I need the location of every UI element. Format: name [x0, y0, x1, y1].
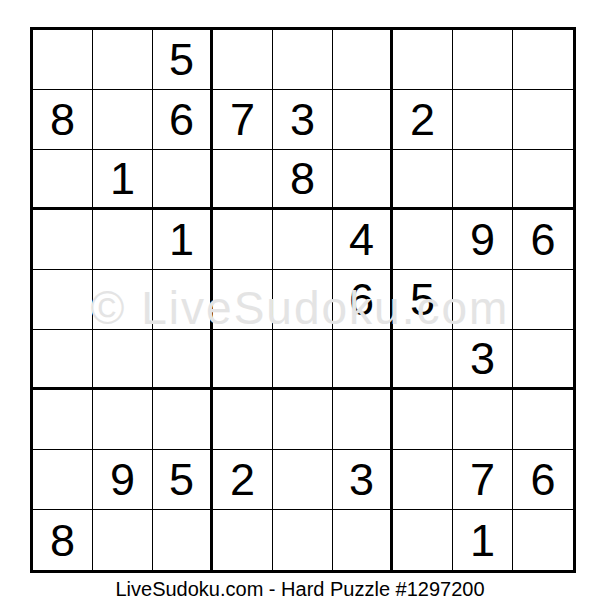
cell-r6c5[interactable] [273, 330, 333, 390]
cell-r7c8[interactable] [453, 390, 513, 450]
cell-r6c7[interactable] [393, 330, 453, 390]
sudoku-page: 58673218149665395237681 © LiveSudoku.com… [0, 0, 600, 615]
cell-r2c4[interactable]: 7 [213, 90, 273, 150]
cell-r9c9[interactable] [513, 510, 573, 570]
sudoku-board: 58673218149665395237681 [30, 27, 576, 573]
cell-r3c1[interactable] [33, 150, 93, 210]
cell-r7c4[interactable] [213, 390, 273, 450]
cell-r2c3[interactable]: 6 [153, 90, 213, 150]
cell-r3c2[interactable]: 1 [93, 150, 153, 210]
cell-r5c9[interactable] [513, 270, 573, 330]
cell-r6c4[interactable] [213, 330, 273, 390]
cell-r4c3[interactable]: 1 [153, 210, 213, 270]
cell-r2c8[interactable] [453, 90, 513, 150]
cell-r4c1[interactable] [33, 210, 93, 270]
cell-r7c6[interactable] [333, 390, 393, 450]
cell-r5c6[interactable]: 6 [333, 270, 393, 330]
cell-r5c2[interactable] [93, 270, 153, 330]
cell-r9c7[interactable] [393, 510, 453, 570]
cell-r6c1[interactable] [33, 330, 93, 390]
cell-r9c2[interactable] [93, 510, 153, 570]
cell-r6c6[interactable] [333, 330, 393, 390]
cell-r5c5[interactable] [273, 270, 333, 330]
cell-r6c2[interactable] [93, 330, 153, 390]
cell-r8c7[interactable] [393, 450, 453, 510]
cell-r2c6[interactable] [333, 90, 393, 150]
cell-r6c8[interactable]: 3 [453, 330, 513, 390]
cell-r4c5[interactable] [273, 210, 333, 270]
cell-r5c4[interactable] [213, 270, 273, 330]
cell-r1c9[interactable] [513, 30, 573, 90]
cell-r1c6[interactable] [333, 30, 393, 90]
cell-r4c9[interactable]: 6 [513, 210, 573, 270]
cell-r9c5[interactable] [273, 510, 333, 570]
cell-r9c4[interactable] [213, 510, 273, 570]
cell-r6c9[interactable] [513, 330, 573, 390]
cell-r7c1[interactable] [33, 390, 93, 450]
cell-r5c3[interactable] [153, 270, 213, 330]
cell-r1c3[interactable]: 5 [153, 30, 213, 90]
cell-r5c7[interactable]: 5 [393, 270, 453, 330]
cell-r8c9[interactable]: 6 [513, 450, 573, 510]
cell-r1c7[interactable] [393, 30, 453, 90]
cell-r3c6[interactable] [333, 150, 393, 210]
cell-r9c8[interactable]: 1 [453, 510, 513, 570]
cell-r1c4[interactable] [213, 30, 273, 90]
cell-r1c1[interactable] [33, 30, 93, 90]
cell-r9c6[interactable] [333, 510, 393, 570]
cell-r1c2[interactable] [93, 30, 153, 90]
cell-r4c8[interactable]: 9 [453, 210, 513, 270]
cell-r7c5[interactable] [273, 390, 333, 450]
cell-r7c9[interactable] [513, 390, 573, 450]
cell-r2c9[interactable] [513, 90, 573, 150]
cell-r3c4[interactable] [213, 150, 273, 210]
cell-r8c3[interactable]: 5 [153, 450, 213, 510]
cell-r3c8[interactable] [453, 150, 513, 210]
cell-r8c8[interactable]: 7 [453, 450, 513, 510]
cell-r4c7[interactable] [393, 210, 453, 270]
cell-r7c7[interactable] [393, 390, 453, 450]
cell-r8c1[interactable] [33, 450, 93, 510]
cell-r9c3[interactable] [153, 510, 213, 570]
cell-r8c6[interactable]: 3 [333, 450, 393, 510]
cell-r2c2[interactable] [93, 90, 153, 150]
cell-r2c5[interactable]: 3 [273, 90, 333, 150]
cell-r7c2[interactable] [93, 390, 153, 450]
cell-r3c9[interactable] [513, 150, 573, 210]
footer-caption: LiveSudoku.com - Hard Puzzle #1297200 [0, 578, 600, 601]
cell-r3c7[interactable] [393, 150, 453, 210]
cell-r3c3[interactable] [153, 150, 213, 210]
cell-r8c4[interactable]: 2 [213, 450, 273, 510]
cell-r3c5[interactable]: 8 [273, 150, 333, 210]
cell-r4c6[interactable]: 4 [333, 210, 393, 270]
cell-r5c1[interactable] [33, 270, 93, 330]
cell-r8c2[interactable]: 9 [93, 450, 153, 510]
cell-r7c3[interactable] [153, 390, 213, 450]
cell-r2c1[interactable]: 8 [33, 90, 93, 150]
cell-r4c2[interactable] [93, 210, 153, 270]
cell-r6c3[interactable] [153, 330, 213, 390]
cell-r8c5[interactable] [273, 450, 333, 510]
cell-r1c8[interactable] [453, 30, 513, 90]
cell-r2c7[interactable]: 2 [393, 90, 453, 150]
cell-r1c5[interactable] [273, 30, 333, 90]
cell-r4c4[interactable] [213, 210, 273, 270]
cell-r5c8[interactable] [453, 270, 513, 330]
cell-r9c1[interactable]: 8 [33, 510, 93, 570]
